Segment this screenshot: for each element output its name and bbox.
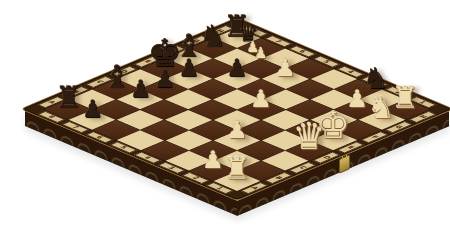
chess-set-photo: Wooden folding chess set with carved wal…: [0, 0, 450, 240]
chessboard-squares: [43, 28, 430, 192]
brass-clasp-icon: [339, 154, 350, 174]
chessboard: 88HH77GG66FF55EE44DD33CC22BB11AA: [25, 19, 449, 198]
